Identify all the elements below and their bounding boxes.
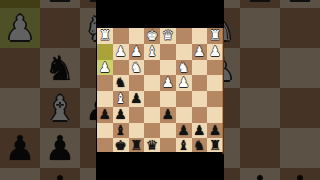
square-h7 [0, 168, 40, 180]
white-bishop-e2[interactable]: ♝ [146, 45, 158, 59]
square-d6[interactable]: ♟ [160, 107, 176, 123]
square-e4[interactable] [144, 75, 160, 91]
square-h5[interactable] [97, 91, 113, 107]
white-bishop-g5[interactable]: ♝ [115, 92, 127, 106]
square-a4[interactable] [207, 75, 223, 91]
white-pawn-c4[interactable]: ♟ [178, 76, 190, 90]
square-a5 [280, 88, 320, 128]
square-b7: ♟ [240, 168, 280, 180]
square-a5[interactable] [207, 91, 223, 107]
square-d7[interactable] [160, 123, 176, 139]
square-h4[interactable] [97, 75, 113, 91]
square-g6[interactable]: ♟ [113, 107, 129, 123]
black-pawn-a7[interactable]: ♟ [209, 124, 221, 138]
square-g1[interactable] [113, 28, 129, 44]
black-king-g8[interactable]: ♚ [115, 139, 127, 153]
square-f6[interactable] [129, 107, 145, 123]
top-letterbox [96, 0, 224, 28]
square-c3[interactable]: ♞ [176, 60, 192, 76]
square-h7[interactable] [97, 123, 113, 139]
bottom-letterbox [96, 152, 224, 180]
square-b3[interactable] [192, 60, 208, 76]
black-bishop-g7: ♝ [45, 171, 75, 180]
square-c7[interactable]: ♟ [176, 123, 192, 139]
square-e5[interactable] [144, 91, 160, 107]
square-h6[interactable]: ♟ [97, 107, 113, 123]
square-c2[interactable] [176, 44, 192, 60]
square-g3 [40, 8, 80, 48]
square-c5[interactable] [176, 91, 192, 107]
black-pawn-f5[interactable]: ♟ [130, 92, 142, 106]
white-rook-a1[interactable]: ♜ [209, 29, 221, 43]
black-bishop-g7[interactable]: ♝ [115, 124, 127, 138]
white-pawn-d4[interactable]: ♟ [162, 76, 174, 90]
black-knight-g4: ♞ [45, 51, 75, 85]
black-pawn-c7[interactable]: ♟ [178, 124, 190, 138]
white-knight-c3[interactable]: ♞ [178, 61, 190, 75]
white-knight-f3[interactable]: ♞ [130, 61, 142, 75]
square-a7[interactable]: ♟ [207, 123, 223, 139]
black-rook-f8[interactable]: ♜ [130, 139, 142, 153]
square-h6: ♟ [0, 128, 40, 168]
square-h3[interactable]: ♟ [97, 60, 113, 76]
square-a3[interactable] [207, 60, 223, 76]
square-g5[interactable]: ♝ [113, 91, 129, 107]
black-pawn-g6[interactable]: ♟ [115, 108, 127, 122]
square-c1[interactable] [176, 28, 192, 44]
square-h5 [0, 88, 40, 128]
square-c4[interactable]: ♟ [176, 75, 192, 91]
square-a7: ♟ [280, 168, 320, 180]
square-a2[interactable]: ♟ [207, 44, 223, 60]
square-f2[interactable]: ♟ [129, 44, 145, 60]
square-g2: ♟ [40, 0, 80, 8]
square-a2: ♟ [280, 0, 320, 8]
square-b7[interactable]: ♟ [192, 123, 208, 139]
square-h2[interactable] [97, 44, 113, 60]
square-f5[interactable]: ♟ [129, 91, 145, 107]
square-a6[interactable] [207, 107, 223, 123]
square-g5: ♝ [40, 88, 80, 128]
square-b6 [240, 128, 280, 168]
white-rook-h1[interactable]: ♜ [99, 29, 111, 43]
black-rook-a8[interactable]: ♜ [209, 139, 221, 153]
white-bishop-g5: ♝ [45, 91, 75, 125]
square-a3 [280, 8, 320, 48]
square-a4 [280, 48, 320, 88]
black-pawn-a7: ♟ [285, 171, 315, 180]
square-b2[interactable]: ♟ [192, 44, 208, 60]
square-h4 [0, 48, 40, 88]
square-g2[interactable]: ♟ [113, 44, 129, 60]
square-a6 [280, 128, 320, 168]
square-f3[interactable]: ♞ [129, 60, 145, 76]
vertical-video-strip: ♜♚♛♜♟♟♝♟♟♟♞♞♞♟♟♝♟♟♟♟♝♟♟♟♚♜♛♝♞♜ [96, 0, 224, 180]
square-e6[interactable] [144, 107, 160, 123]
black-bishop-c8[interactable]: ♝ [178, 139, 190, 153]
white-pawn-b2[interactable]: ♟ [193, 45, 205, 59]
square-b5[interactable] [192, 91, 208, 107]
square-g7[interactable]: ♝ [113, 123, 129, 139]
black-pawn-b7: ♟ [245, 171, 275, 180]
square-a1[interactable]: ♜ [207, 28, 223, 44]
video-frame: ♜♚♛♜♟♟♝♟♟♟♞♞♞♟♟♝♟♟♟♟♝♟♟♟♚♜♛♝♞♜ ♜♚♛♜♟♟♝♟♟… [0, 0, 320, 180]
white-queen-d1[interactable]: ♛ [162, 29, 174, 43]
square-g4: ♞ [40, 48, 80, 88]
black-knight-g4[interactable]: ♞ [115, 76, 127, 90]
chess-board[interactable]: ♜♚♛♜♟♟♝♟♟♟♞♞♞♟♟♝♟♟♟♟♝♟♟♟♚♜♛♝♞♜ [97, 28, 223, 154]
white-king-e1[interactable]: ♚ [146, 29, 158, 43]
square-b5 [240, 88, 280, 128]
square-f4[interactable] [129, 75, 145, 91]
white-pawn-a2[interactable]: ♟ [209, 45, 221, 59]
white-pawn-f2[interactable]: ♟ [130, 45, 142, 59]
white-pawn-h3[interactable]: ♟ [99, 61, 111, 75]
square-b4[interactable] [192, 75, 208, 91]
square-g7: ♝ [40, 168, 80, 180]
white-pawn-a2: ♟ [285, 0, 315, 5]
black-pawn-h6[interactable]: ♟ [99, 108, 111, 122]
white-pawn-g2: ♟ [45, 0, 75, 5]
square-h1[interactable]: ♜ [97, 28, 113, 44]
square-f7[interactable] [129, 123, 145, 139]
white-pawn-h3: ♟ [5, 11, 35, 45]
black-knight-b8[interactable]: ♞ [193, 139, 205, 153]
white-pawn-g2[interactable]: ♟ [115, 45, 127, 59]
black-pawn-h6: ♟ [5, 131, 35, 165]
square-g3[interactable] [113, 60, 129, 76]
square-b4 [240, 48, 280, 88]
square-f1[interactable] [129, 28, 145, 44]
square-c6[interactable] [176, 107, 192, 123]
square-g6: ♟ [40, 128, 80, 168]
square-d1[interactable]: ♛ [160, 28, 176, 44]
square-e7[interactable] [144, 123, 160, 139]
square-d5[interactable] [160, 91, 176, 107]
square-d3[interactable] [160, 60, 176, 76]
black-pawn-d6[interactable]: ♟ [162, 108, 174, 122]
square-g4[interactable]: ♞ [113, 75, 129, 91]
square-b1[interactable] [192, 28, 208, 44]
white-pawn-b2: ♟ [245, 0, 275, 5]
square-b2: ♟ [240, 0, 280, 8]
square-b6[interactable] [192, 107, 208, 123]
square-h3: ♟ [0, 8, 40, 48]
square-d4[interactable]: ♟ [160, 75, 176, 91]
square-e3[interactable] [144, 60, 160, 76]
square-d2[interactable] [160, 44, 176, 60]
square-h2 [0, 0, 40, 8]
black-pawn-g6: ♟ [45, 131, 75, 165]
square-e1[interactable]: ♚ [144, 28, 160, 44]
square-b3 [240, 8, 280, 48]
black-queen-e8[interactable]: ♛ [146, 139, 158, 153]
square-e2[interactable]: ♝ [144, 44, 160, 60]
black-pawn-b7[interactable]: ♟ [193, 124, 205, 138]
